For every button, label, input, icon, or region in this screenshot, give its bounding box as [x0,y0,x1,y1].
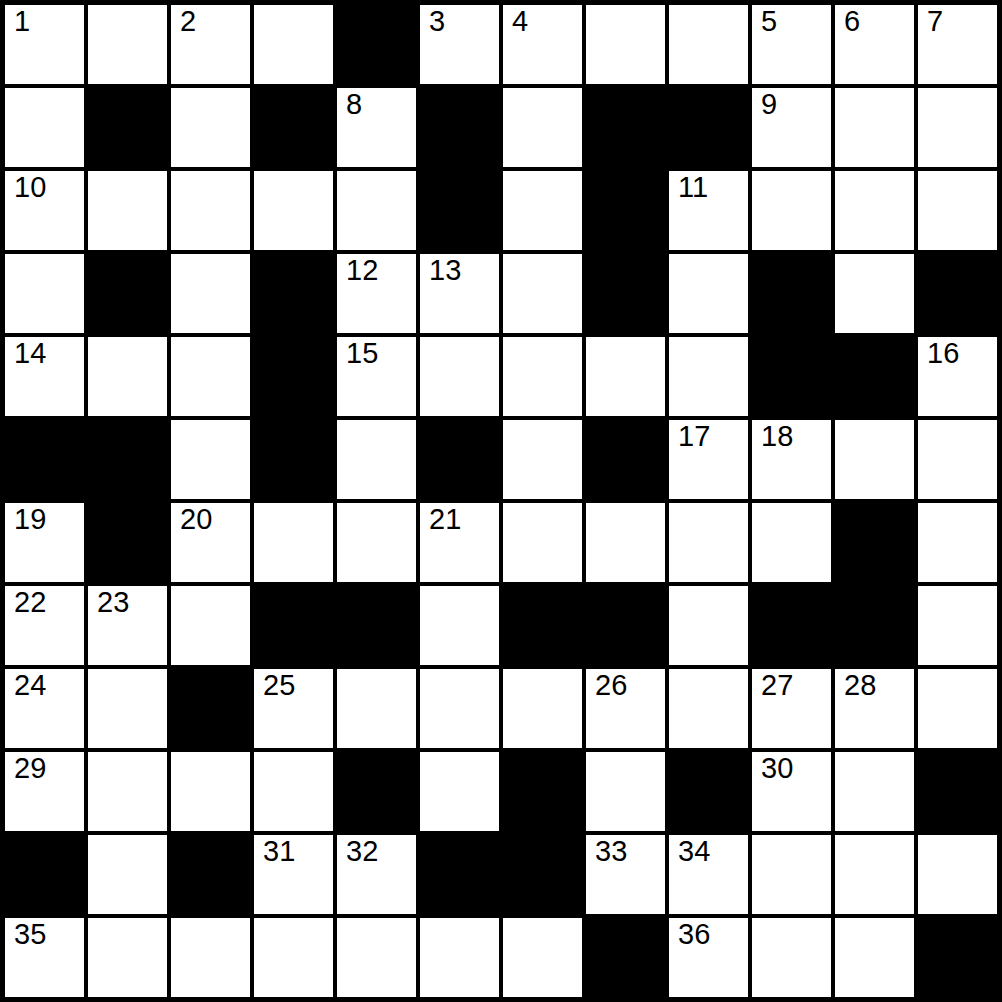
white-cell[interactable]: 32 [337,835,416,914]
clue-number: 5 [761,6,777,36]
white-cell[interactable] [420,669,499,748]
white-cell[interactable] [586,503,665,582]
black-cell [171,669,250,748]
white-cell[interactable] [171,88,250,167]
white-cell[interactable] [5,254,84,333]
clue-number: 17 [678,421,710,451]
white-cell[interactable] [420,337,499,416]
white-cell[interactable] [752,171,831,250]
white-cell[interactable]: 3 [420,5,499,84]
white-cell[interactable] [752,503,831,582]
white-cell[interactable]: 22 [5,586,84,665]
white-cell[interactable]: 2 [171,5,250,84]
black-cell [254,254,333,333]
white-cell[interactable]: 30 [752,752,831,831]
clue-number: 14 [14,338,46,368]
black-cell [752,586,831,665]
white-cell[interactable]: 29 [5,752,84,831]
black-cell [669,88,748,167]
white-cell[interactable] [171,171,250,250]
black-cell [337,752,416,831]
white-cell[interactable] [503,171,582,250]
white-cell[interactable]: 1 [5,5,84,84]
white-cell[interactable]: 6 [835,5,914,84]
white-cell[interactable] [171,420,250,499]
white-cell[interactable] [254,752,333,831]
clue-number: 19 [14,504,46,534]
white-cell[interactable] [669,669,748,748]
black-cell [337,5,416,84]
black-cell [835,586,914,665]
black-cell [918,752,997,831]
clue-number: 29 [14,753,46,783]
white-cell[interactable] [752,918,831,997]
white-cell[interactable] [254,5,333,84]
white-cell[interactable] [337,171,416,250]
white-cell[interactable] [5,88,84,167]
clue-number: 25 [263,670,295,700]
white-cell[interactable]: 15 [337,337,416,416]
white-cell[interactable] [835,88,914,167]
white-cell[interactable] [503,337,582,416]
black-cell [586,420,665,499]
clue-number: 18 [761,421,793,451]
clue-number: 35 [14,919,46,949]
black-cell [88,88,167,167]
white-cell[interactable] [669,586,748,665]
white-cell[interactable] [337,503,416,582]
white-cell[interactable] [835,752,914,831]
clue-number: 30 [761,753,793,783]
white-cell[interactable] [420,752,499,831]
white-cell[interactable]: 18 [752,420,831,499]
white-cell[interactable] [171,586,250,665]
black-cell [254,337,333,416]
white-cell[interactable] [918,420,997,499]
white-cell[interactable] [835,918,914,997]
clue-number: 3 [429,6,445,36]
black-cell [420,420,499,499]
white-cell[interactable] [254,503,333,582]
white-cell[interactable] [835,254,914,333]
white-cell[interactable] [918,503,997,582]
white-cell[interactable]: 7 [918,5,997,84]
white-cell[interactable]: 13 [420,254,499,333]
black-cell [171,835,250,914]
white-cell[interactable]: 27 [752,669,831,748]
white-cell[interactable] [171,254,250,333]
clue-number: 9 [761,89,777,119]
white-cell[interactable] [669,5,748,84]
white-cell[interactable]: 36 [669,918,748,997]
black-cell [586,88,665,167]
white-cell[interactable] [503,420,582,499]
white-cell[interactable] [337,420,416,499]
clue-number: 15 [346,338,378,368]
white-cell[interactable] [669,337,748,416]
white-cell[interactable] [835,171,914,250]
white-cell[interactable]: 17 [669,420,748,499]
white-cell[interactable]: 14 [5,337,84,416]
clue-number: 10 [14,172,46,202]
black-cell [918,918,997,997]
black-cell [503,752,582,831]
white-cell[interactable]: 31 [254,835,333,914]
clue-number: 8 [346,89,362,119]
black-cell [420,171,499,250]
white-cell[interactable]: 23 [88,586,167,665]
clue-number: 22 [14,587,46,617]
clue-number: 1 [14,6,30,36]
white-cell[interactable] [171,752,250,831]
clue-number: 23 [97,587,129,617]
white-cell[interactable] [88,171,167,250]
white-cell[interactable] [918,171,997,250]
white-cell[interactable]: 33 [586,835,665,914]
white-cell[interactable]: 21 [420,503,499,582]
white-cell[interactable]: 5 [752,5,831,84]
white-cell[interactable] [88,835,167,914]
black-cell [88,503,167,582]
black-cell [88,420,167,499]
white-cell[interactable]: 4 [503,5,582,84]
white-cell[interactable] [171,918,250,997]
clue-number: 11 [678,172,708,202]
white-cell[interactable] [918,669,997,748]
white-cell[interactable] [918,835,997,914]
clue-number: 20 [180,504,212,534]
black-cell [254,88,333,167]
white-cell[interactable] [337,669,416,748]
white-cell[interactable]: 8 [337,88,416,167]
clue-number: 26 [595,670,627,700]
white-cell[interactable] [254,171,333,250]
clue-number: 16 [927,338,959,368]
white-cell[interactable]: 11 [669,171,748,250]
black-cell [503,835,582,914]
white-cell[interactable]: 26 [586,669,665,748]
black-cell [835,503,914,582]
white-cell[interactable]: 35 [5,918,84,997]
black-cell [586,918,665,997]
clue-number: 34 [678,836,710,866]
black-cell [5,420,84,499]
white-cell[interactable]: 24 [5,669,84,748]
black-cell [254,420,333,499]
clue-number: 6 [844,6,860,36]
clue-number: 12 [346,255,378,285]
white-cell[interactable] [337,918,416,997]
white-cell[interactable] [752,835,831,914]
white-cell[interactable] [669,503,748,582]
white-cell[interactable] [503,88,582,167]
black-cell [420,835,499,914]
white-cell[interactable] [503,669,582,748]
white-cell[interactable] [88,337,167,416]
clue-number: 7 [927,6,943,36]
black-cell [420,88,499,167]
black-cell [254,586,333,665]
white-cell[interactable]: 25 [254,669,333,748]
black-cell [88,254,167,333]
white-cell[interactable] [503,503,582,582]
white-cell[interactable]: 20 [171,503,250,582]
white-cell[interactable] [586,5,665,84]
white-cell[interactable]: 9 [752,88,831,167]
white-cell[interactable] [669,254,748,333]
white-cell[interactable]: 19 [5,503,84,582]
clue-number: 24 [14,670,46,700]
white-cell[interactable] [88,752,167,831]
black-cell [835,337,914,416]
white-cell[interactable] [835,835,914,914]
white-cell[interactable] [835,420,914,499]
black-cell [503,586,582,665]
white-cell[interactable] [88,5,167,84]
white-cell[interactable] [420,586,499,665]
white-cell[interactable] [586,752,665,831]
black-cell [586,254,665,333]
white-cell[interactable] [88,669,167,748]
white-cell[interactable] [88,918,167,997]
white-cell[interactable] [254,918,333,997]
clue-number: 4 [512,6,528,36]
white-cell[interactable]: 10 [5,171,84,250]
black-cell [586,171,665,250]
clue-number: 28 [844,670,876,700]
black-cell [337,586,416,665]
black-cell [586,586,665,665]
white-cell[interactable] [171,337,250,416]
white-cell[interactable] [503,254,582,333]
white-cell[interactable] [918,586,997,665]
black-cell [752,254,831,333]
clue-number: 36 [678,919,710,949]
clue-number: 13 [429,255,461,285]
clue-number: 31 [263,836,295,866]
black-cell [752,337,831,416]
white-cell[interactable] [918,88,997,167]
white-cell[interactable] [420,918,499,997]
white-cell[interactable]: 28 [835,669,914,748]
white-cell[interactable]: 34 [669,835,748,914]
crossword-board: 1234567891011121314151617181920212223242… [0,0,1002,1002]
clue-number: 21 [429,504,461,534]
white-cell[interactable]: 16 [918,337,997,416]
clue-number: 33 [595,836,627,866]
clue-number: 2 [180,6,196,36]
white-cell[interactable] [586,337,665,416]
white-cell[interactable] [503,918,582,997]
clue-number: 27 [761,670,793,700]
black-cell [669,752,748,831]
clue-number: 32 [346,836,378,866]
black-cell [918,254,997,333]
black-cell [5,835,84,914]
white-cell[interactable]: 12 [337,254,416,333]
